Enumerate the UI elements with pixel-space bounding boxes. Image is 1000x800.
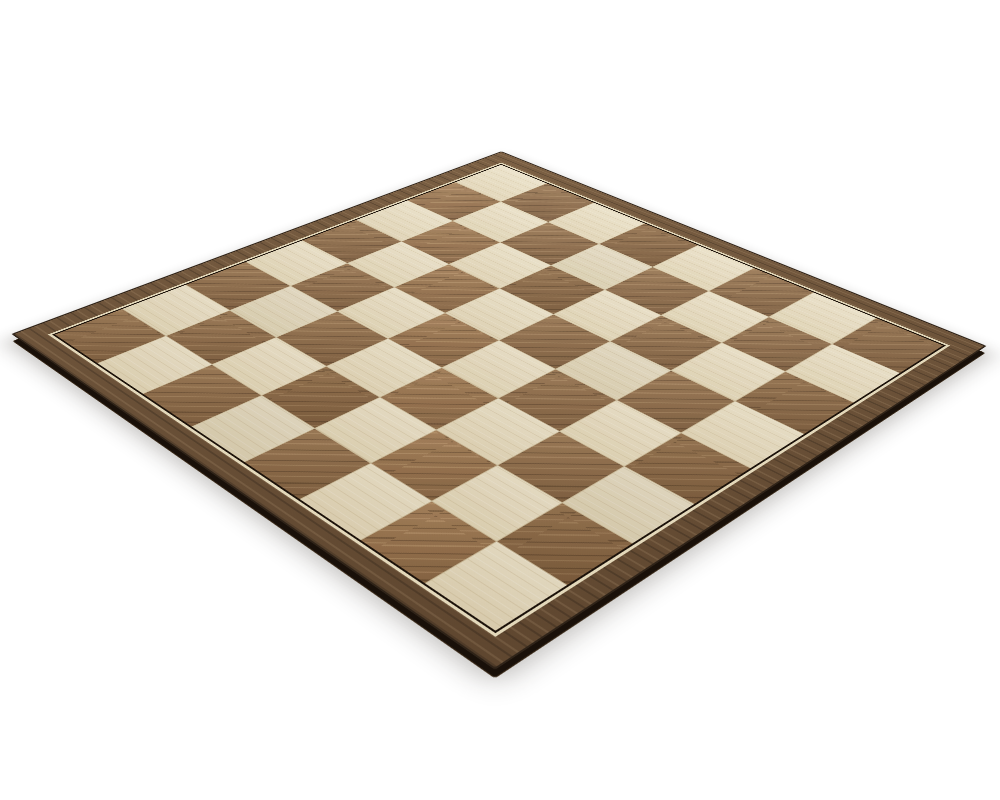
inlay-light-line — [48, 163, 950, 637]
board-top-surface — [11, 151, 987, 670]
product-photo-background — [0, 0, 1000, 800]
playing-field — [55, 165, 943, 631]
inlay-dark-line — [52, 164, 946, 633]
walnut-border-frame — [14, 152, 984, 667]
chess-board — [11, 151, 987, 670]
